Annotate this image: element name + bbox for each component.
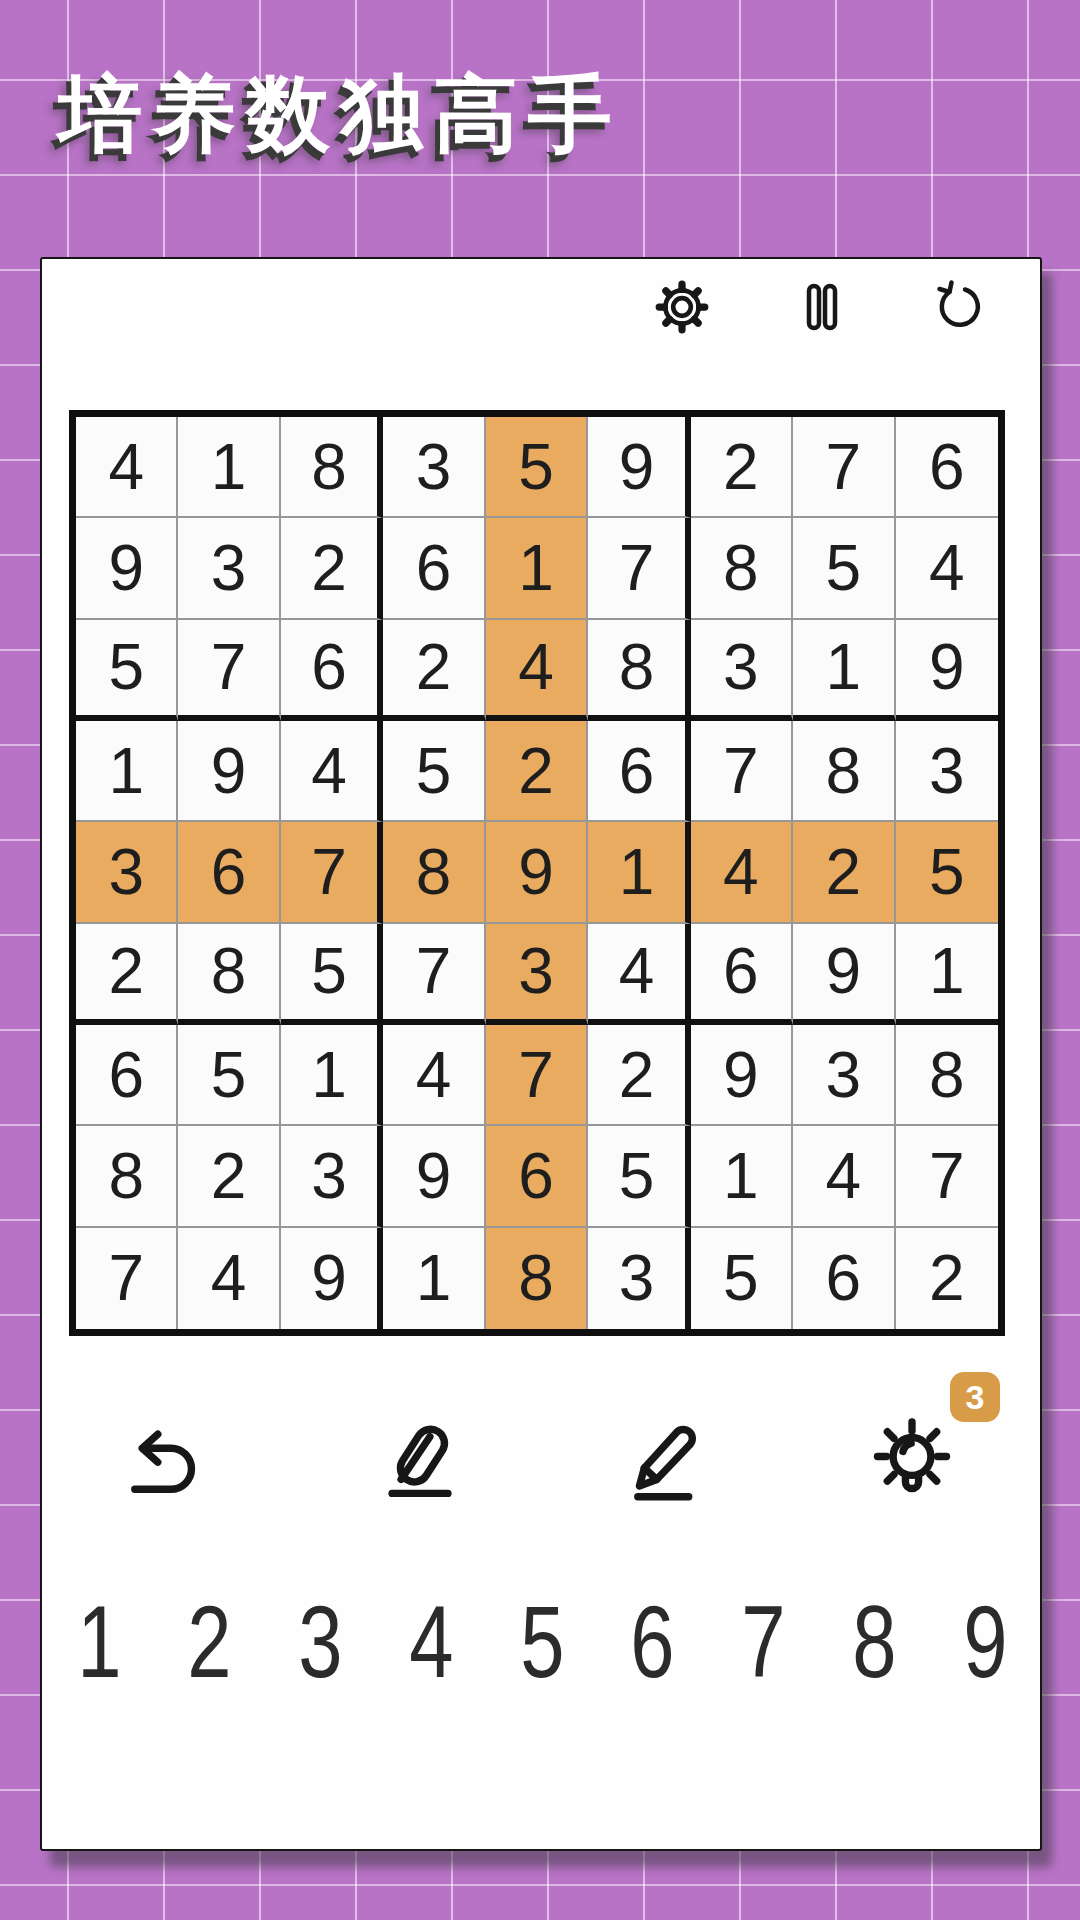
page-title: 培养数独高手 <box>58 58 622 172</box>
cell-r2c6[interactable]: 7 <box>588 518 690 619</box>
cell-r6c9[interactable]: 1 <box>896 924 998 1025</box>
pause-button[interactable] <box>794 279 850 335</box>
game-card: 4183592769326178545762483191945267833678… <box>40 257 1042 1851</box>
cell-r1c2[interactable]: 1 <box>178 417 280 518</box>
cell-r4c7[interactable]: 7 <box>691 721 793 822</box>
cell-r4c3[interactable]: 4 <box>281 721 383 822</box>
cell-r7c9[interactable]: 8 <box>896 1025 998 1126</box>
cell-r3c1[interactable]: 5 <box>76 620 178 721</box>
cell-r9c2[interactable]: 4 <box>178 1228 280 1329</box>
pause-icon <box>794 279 850 335</box>
cell-r5c4[interactable]: 8 <box>383 822 485 923</box>
undo-icon <box>120 1417 212 1509</box>
cell-r8c4[interactable]: 9 <box>383 1126 485 1227</box>
cell-r1c6[interactable]: 9 <box>588 417 690 518</box>
cell-r3c4[interactable]: 2 <box>383 620 485 721</box>
cell-r5c8[interactable]: 2 <box>793 822 895 923</box>
cell-r7c1[interactable]: 6 <box>76 1025 178 1126</box>
cell-r6c4[interactable]: 7 <box>383 924 485 1025</box>
cell-r9c1[interactable]: 7 <box>76 1228 178 1329</box>
eraser-icon <box>374 1417 466 1509</box>
sudoku-board: 4183592769326178545762483191945267833678… <box>69 410 1005 1336</box>
numpad-3[interactable]: 3 <box>280 1584 362 1701</box>
cell-r5c3[interactable]: 7 <box>281 822 383 923</box>
cell-r2c9[interactable]: 4 <box>896 518 998 619</box>
numpad-6[interactable]: 6 <box>612 1584 694 1701</box>
gear-icon <box>653 278 711 336</box>
cell-r8c1[interactable]: 8 <box>76 1126 178 1227</box>
hint-count-badge: 3 <box>950 1372 1000 1422</box>
cell-r9c4[interactable]: 1 <box>383 1228 485 1329</box>
restart-icon <box>932 279 988 335</box>
cell-r5c9[interactable]: 5 <box>896 822 998 923</box>
cell-r8c6[interactable]: 5 <box>588 1126 690 1227</box>
cell-r9c6[interactable]: 3 <box>588 1228 690 1329</box>
cell-r8c8[interactable]: 4 <box>793 1126 895 1227</box>
cell-r9c7[interactable]: 5 <box>691 1228 793 1329</box>
cell-r4c9[interactable]: 3 <box>896 721 998 822</box>
cell-r2c2[interactable]: 3 <box>178 518 280 619</box>
cell-r3c7[interactable]: 3 <box>691 620 793 721</box>
cell-r7c5[interactable]: 7 <box>486 1025 588 1126</box>
cell-r4c4[interactable]: 5 <box>383 721 485 822</box>
cell-r6c2[interactable]: 8 <box>178 924 280 1025</box>
cell-r3c9[interactable]: 9 <box>896 620 998 721</box>
numpad-5[interactable]: 5 <box>501 1584 583 1701</box>
pencil-button[interactable] <box>623 1417 715 1509</box>
numpad-4[interactable]: 4 <box>390 1584 472 1701</box>
cell-r4c1[interactable]: 1 <box>76 721 178 822</box>
cell-r8c2[interactable]: 2 <box>178 1126 280 1227</box>
cell-r8c7[interactable]: 1 <box>691 1126 793 1227</box>
cell-r2c5[interactable]: 1 <box>486 518 588 619</box>
cell-r1c5[interactable]: 5 <box>486 417 588 518</box>
pencil-icon <box>623 1417 715 1509</box>
cell-r7c3[interactable]: 1 <box>281 1025 383 1126</box>
numpad-1[interactable]: 1 <box>58 1584 140 1701</box>
cell-r5c2[interactable]: 6 <box>178 822 280 923</box>
cell-r9c9[interactable]: 2 <box>896 1228 998 1329</box>
cell-r1c1[interactable]: 4 <box>76 417 178 518</box>
hint-button[interactable] <box>866 1417 958 1509</box>
undo-button[interactable] <box>120 1417 212 1509</box>
cell-r7c4[interactable]: 4 <box>383 1025 485 1126</box>
cell-r1c8[interactable]: 7 <box>793 417 895 518</box>
numpad-7[interactable]: 7 <box>723 1584 805 1701</box>
settings-button[interactable] <box>653 278 711 336</box>
cell-r6c8[interactable]: 9 <box>793 924 895 1025</box>
cell-r6c6[interactable]: 4 <box>588 924 690 1025</box>
cell-r9c5[interactable]: 8 <box>486 1228 588 1329</box>
cell-r7c6[interactable]: 2 <box>588 1025 690 1126</box>
cell-r7c8[interactable]: 3 <box>793 1025 895 1126</box>
cell-r8c3[interactable]: 3 <box>281 1126 383 1227</box>
cell-r2c4[interactable]: 6 <box>383 518 485 619</box>
cell-r5c1[interactable]: 3 <box>76 822 178 923</box>
eraser-button[interactable] <box>374 1417 466 1509</box>
cell-r8c9[interactable]: 7 <box>896 1126 998 1227</box>
cell-r6c1[interactable]: 2 <box>76 924 178 1025</box>
cell-r2c7[interactable]: 8 <box>691 518 793 619</box>
numpad-2[interactable]: 2 <box>169 1584 251 1701</box>
cell-r1c7[interactable]: 2 <box>691 417 793 518</box>
cell-r4c8[interactable]: 8 <box>793 721 895 822</box>
cell-r5c6[interactable]: 1 <box>588 822 690 923</box>
cell-r2c8[interactable]: 5 <box>793 518 895 619</box>
cell-r1c4[interactable]: 3 <box>383 417 485 518</box>
cell-r3c5[interactable]: 4 <box>486 620 588 721</box>
cell-r5c5[interactable]: 9 <box>486 822 588 923</box>
cell-r7c7[interactable]: 9 <box>691 1025 793 1126</box>
cell-r8c5[interactable]: 6 <box>486 1126 588 1227</box>
lightbulb-icon <box>866 1417 958 1509</box>
cell-r9c3[interactable]: 9 <box>281 1228 383 1329</box>
cell-r2c1[interactable]: 9 <box>76 518 178 619</box>
numpad-9[interactable]: 9 <box>944 1584 1026 1701</box>
numpad-8[interactable]: 8 <box>833 1584 915 1701</box>
cell-r6c5[interactable]: 3 <box>486 924 588 1025</box>
cell-r4c6[interactable]: 6 <box>588 721 690 822</box>
cell-r4c2[interactable]: 9 <box>178 721 280 822</box>
cell-r3c6[interactable]: 8 <box>588 620 690 721</box>
cell-r1c9[interactable]: 6 <box>896 417 998 518</box>
cell-r5c7[interactable]: 4 <box>691 822 793 923</box>
cell-r4c5[interactable]: 2 <box>486 721 588 822</box>
cell-r3c8[interactable]: 1 <box>793 620 895 721</box>
numpad: 123456789 <box>42 1584 1040 1700</box>
cell-r3c3[interactable]: 6 <box>281 620 383 721</box>
cell-r1c3[interactable]: 8 <box>281 417 383 518</box>
restart-button[interactable] <box>932 279 988 335</box>
cell-r7c2[interactable]: 5 <box>178 1025 280 1126</box>
cell-r3c2[interactable]: 7 <box>178 620 280 721</box>
cell-r9c8[interactable]: 6 <box>793 1228 895 1329</box>
cell-r6c7[interactable]: 6 <box>691 924 793 1025</box>
cell-r2c3[interactable]: 2 <box>281 518 383 619</box>
cell-r6c3[interactable]: 5 <box>281 924 383 1025</box>
